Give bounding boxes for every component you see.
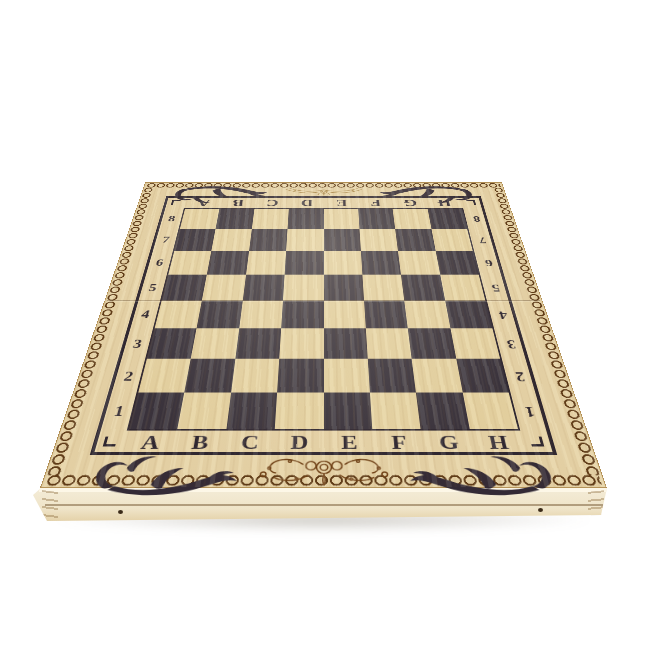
square-d3 [279,328,323,359]
file-label: C [224,432,276,453]
square-h5 [440,275,485,301]
chessboard-3d: ABCDEFGH ABCDEFGH 87654321 87654321 [40,182,607,488]
top-crest-icon [282,187,366,196]
square-a1 [129,392,185,429]
square-f7 [359,229,398,251]
frame-corner-bracket [103,437,118,447]
square-b3 [191,328,239,359]
square-c7 [249,229,288,251]
square-b7 [212,229,252,251]
square-g6 [398,251,440,275]
square-h1 [462,392,518,429]
square-d7 [286,229,323,251]
square-e4 [324,300,366,328]
square-a7 [174,229,215,251]
square-c6 [246,251,286,275]
square-f8 [358,209,395,229]
square-b6 [207,251,249,275]
square-d2 [277,359,323,392]
square-d6 [285,251,324,275]
file-label: E [324,432,374,453]
square-b4 [197,300,243,328]
square-e6 [324,251,363,275]
square-h7 [431,229,472,251]
board-top-surface: ABCDEFGH ABCDEFGH 87654321 87654321 [40,182,607,488]
square-g7 [395,229,435,251]
square-g2 [412,359,463,392]
square-c5 [243,275,285,301]
hinge-seam [45,504,603,506]
file-label: E [324,198,359,208]
square-c2 [231,359,279,392]
square-e8 [324,209,360,229]
square-a4 [155,300,203,328]
square-g8 [393,209,431,229]
screw-icon [118,510,123,514]
file-labels-top: ABCDEFGH [185,198,463,208]
file-label: B [220,198,256,208]
square-a8 [180,209,220,229]
photo-canvas: ABCDEFGH ABCDEFGH 87654321 87654321 [0,0,658,658]
square-c3 [235,328,281,359]
file-label: F [358,198,393,208]
file-label: H [472,432,527,453]
square-f2 [368,359,416,392]
square-e5 [324,275,364,301]
square-e1 [324,392,373,429]
corner-flourish-bottom-left-icon [85,452,242,498]
square-f5 [362,275,404,301]
square-h3 [450,328,500,359]
file-label: B [173,432,226,453]
file-label: F [373,432,425,453]
square-h8 [427,209,467,229]
square-a6 [168,251,211,275]
file-label: G [392,198,428,208]
square-f3 [366,328,412,359]
frame-corner-bracket [171,200,181,205]
square-c8 [252,209,289,229]
square-h4 [445,300,493,328]
file-label: D [274,432,324,453]
frame-corner-bracket [466,200,476,205]
square-d5 [283,275,323,301]
square-a5 [162,275,207,301]
square-a2 [138,359,191,392]
file-label: C [255,198,290,208]
square-e3 [324,328,368,359]
square-h2 [456,359,509,392]
square-h6 [435,251,478,275]
square-a3 [147,328,197,359]
square-f4 [364,300,408,328]
square-c4 [239,300,283,328]
square-d1 [275,392,324,429]
screw-icon [538,508,543,512]
square-g4 [404,300,450,328]
file-labels-bottom: ABCDEFGH [123,432,526,453]
fold-seam [106,300,540,302]
corner-flourish-bottom-right-icon [405,452,562,498]
file-label: A [185,198,222,208]
square-e2 [324,359,370,392]
square-c1 [226,392,277,429]
square-g5 [401,275,445,301]
square-e7 [324,229,361,251]
square-b1 [178,392,231,429]
finger-joints-left [42,490,58,520]
square-f6 [361,251,401,275]
frame-corner-bracket [529,437,544,447]
square-g1 [416,392,469,429]
file-label: H [426,198,463,208]
file-label: G [423,432,476,453]
square-b5 [202,275,246,301]
square-b8 [216,209,254,229]
bottom-ornament-icon [239,456,409,487]
file-label: D [289,198,324,208]
square-g3 [408,328,456,359]
square-b2 [185,359,236,392]
chess-field [129,209,518,429]
square-d8 [288,209,324,229]
file-label: A [123,432,178,453]
square-d4 [281,300,323,328]
square-f1 [370,392,421,429]
